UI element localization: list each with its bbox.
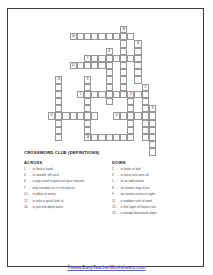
grid-cell	[98, 62, 105, 69]
grid-cell	[91, 33, 98, 40]
grid-cell	[149, 148, 156, 155]
grid-cell	[120, 112, 127, 119]
grid-cell	[149, 112, 156, 119]
down-heading: DOWN	[112, 160, 125, 165]
grid-cell	[134, 69, 141, 76]
grid-cell: 3	[84, 76, 91, 83]
grid-cell: 12	[70, 62, 77, 69]
grid-cell	[84, 127, 91, 134]
grid-cell	[106, 91, 113, 98]
clue-text: to take a quick look at	[33, 199, 64, 203]
grid-cell	[84, 112, 91, 119]
clue-number: 6	[51, 114, 52, 117]
crossword-grid: 131011871215351296414	[48, 26, 171, 156]
grid-cell	[84, 91, 91, 98]
grid-cell: 9	[149, 105, 156, 112]
grid-cell	[77, 112, 84, 119]
grid-cell	[55, 84, 62, 91]
grid-cell	[142, 112, 149, 119]
clue-number: 13	[122, 28, 125, 31]
clue-text: a thin layer of frozen rain	[121, 205, 156, 209]
clue-number: 10	[72, 35, 75, 38]
grid-cell	[120, 76, 127, 83]
clue-number: 8	[108, 50, 109, 53]
grid-cell	[142, 105, 149, 112]
grid-cell	[134, 55, 141, 62]
grid-cell: 13	[120, 26, 127, 33]
grid-cell	[149, 127, 156, 134]
clue-line: 15-a steady downward slope	[112, 211, 200, 217]
grid-cell	[98, 134, 105, 141]
grid-cell: 15	[55, 76, 62, 83]
grid-cell	[113, 91, 120, 98]
grid-cell	[127, 55, 134, 62]
grid-cell	[127, 33, 134, 40]
grid-cell	[149, 120, 156, 127]
grid-cell	[142, 127, 149, 134]
grid-cell	[84, 120, 91, 127]
grid-cell	[127, 127, 134, 134]
grid-cell	[91, 134, 98, 141]
grid-cell	[142, 134, 149, 141]
grid-cell: 10	[70, 33, 77, 40]
grid-cell: 14	[84, 134, 91, 141]
clue-number: 15	[57, 78, 60, 81]
clue-number: 3	[87, 78, 88, 81]
grid-cell	[127, 98, 134, 105]
clue-text: only handed out in first places	[33, 186, 75, 190]
clue-text: an honest way to act	[121, 186, 150, 190]
grid-cell	[55, 120, 62, 127]
grid-cell: 6	[48, 112, 55, 119]
grid-cell	[113, 55, 120, 62]
grid-cell	[120, 91, 127, 98]
grid-cell	[106, 134, 113, 141]
grid-cell	[55, 91, 62, 98]
grid-cell	[98, 33, 105, 40]
grid-cell: 7	[84, 55, 91, 62]
clue-number: 11	[137, 42, 140, 45]
grid-cell	[127, 105, 134, 112]
grid-cell	[77, 62, 84, 69]
clue-number: 14	[86, 136, 89, 139]
grid-cell	[55, 98, 62, 105]
grid-cell	[120, 84, 127, 91]
footer: ©www.EasyTeacherWorksheets.com	[0, 255, 213, 273]
grid-cell	[142, 91, 149, 98]
clue-text: an animal active at night	[121, 192, 155, 196]
grid-cell	[91, 55, 98, 62]
grid-cell	[142, 98, 149, 105]
clue-number: 2	[130, 93, 131, 96]
grid-cell	[70, 112, 77, 119]
grid-cell	[55, 112, 62, 119]
grid-cell	[120, 69, 127, 76]
clue-text: to favor one over all	[121, 173, 149, 177]
clue-number: 4	[116, 114, 117, 117]
grid-cell	[134, 112, 141, 119]
grid-cell	[142, 120, 149, 127]
clue-number: 9	[152, 107, 153, 110]
across-clue-list: 1-to lend a hand4-to wander off track6-a…	[24, 167, 112, 211]
grid-cell	[134, 62, 141, 69]
grid-cell	[113, 134, 120, 141]
grid-cell	[106, 84, 113, 91]
grid-cell	[55, 134, 62, 141]
clue-text: to labor or worry	[33, 192, 56, 196]
clue-number: 5	[144, 86, 145, 89]
clue-text: a steady downward slope	[121, 211, 157, 215]
grid-cell	[106, 55, 113, 62]
grid-cell	[62, 112, 69, 119]
grid-cell	[84, 105, 91, 112]
grid-cell	[77, 33, 84, 40]
clue-text: a sign used to point out your request	[33, 179, 85, 183]
grid-cell	[106, 33, 113, 40]
down-clue-list: 2-to bake or boil3-to favor one over all…	[112, 167, 200, 218]
grid-cell	[120, 134, 127, 141]
clue-text: to wander off track	[33, 173, 59, 177]
clue-text: to bake or boil	[121, 167, 141, 171]
grid-cell	[149, 134, 156, 141]
grid-cell: 11	[134, 40, 141, 47]
clue-text: to lend a hand	[33, 167, 53, 171]
grid-cell: 4	[113, 112, 120, 119]
grid-cell	[134, 91, 141, 98]
grid-cell	[98, 55, 105, 62]
grid-cell: 8	[106, 48, 113, 55]
grid-cell	[127, 112, 134, 119]
grid-cell: 5	[142, 84, 149, 91]
grid-cell	[134, 76, 141, 83]
grid-cell	[120, 40, 127, 47]
grid-cell	[91, 62, 98, 69]
grid-cell	[106, 98, 113, 105]
grid-cell	[120, 48, 127, 55]
footer-link[interactable]: ©www.EasyTeacherWorksheets.com	[67, 265, 145, 270]
grid-cell: 2	[127, 91, 134, 98]
grid-cell	[84, 84, 91, 91]
clue-text: to put into deep water	[33, 205, 64, 209]
grid-cell	[84, 98, 91, 105]
across-heading: ACROSS	[24, 160, 42, 165]
grid-cell	[127, 134, 134, 141]
clue-number: 1	[80, 93, 81, 96]
page-title: CROSSWORD CLUE (DEFINITIONS)	[24, 150, 99, 155]
grid-cell	[120, 55, 127, 62]
grid-cell	[55, 127, 62, 134]
grid-cell	[149, 141, 156, 148]
grid-cell	[113, 33, 120, 40]
grid-cell	[120, 62, 127, 69]
clue-text: a sudden rush of wind	[121, 199, 152, 203]
clue-line: 14-to put into deep water	[24, 205, 112, 211]
grid-cell	[91, 91, 98, 98]
clue-number: 12	[72, 64, 75, 67]
grid-cell	[106, 76, 113, 83]
grid-cell: 1	[77, 91, 84, 98]
grid-cell	[106, 62, 113, 69]
grid-cell	[106, 69, 113, 76]
clue-text: of an odd nature	[121, 179, 144, 183]
grid-cell	[91, 112, 98, 119]
clue-number: 7	[87, 57, 88, 60]
grid-cell	[98, 91, 105, 98]
grid-cell	[84, 33, 91, 40]
grid-cell	[127, 120, 134, 127]
grid-cell	[120, 33, 127, 40]
grid-cell	[55, 105, 62, 112]
grid-cell	[134, 48, 141, 55]
grid-cell	[84, 62, 91, 69]
